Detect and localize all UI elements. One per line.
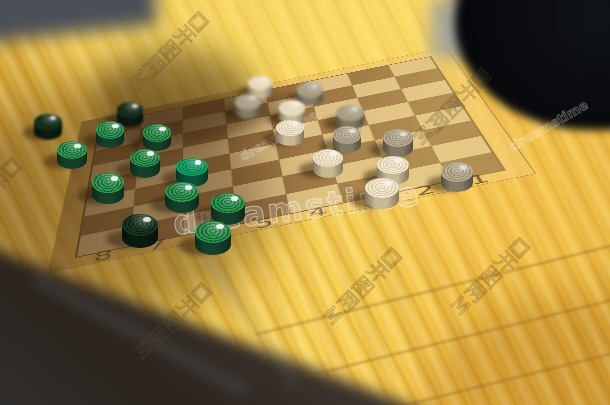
piece-top-face	[333, 126, 362, 143]
specular-glint	[460, 165, 467, 170]
piece-top-face	[165, 182, 198, 202]
piece-top-face	[279, 100, 306, 116]
checker-piece-green	[195, 221, 232, 255]
checker-piece-green	[96, 121, 124, 148]
checker-piece-green	[92, 173, 125, 204]
piece-top-face	[96, 121, 124, 138]
checker-piece-green	[165, 182, 198, 213]
specular-glint	[185, 185, 192, 190]
watermark-tile: ▣ 开 图 网 M	[409, 63, 497, 151]
watermark-tile: ▣ 开 图 网 M	[129, 278, 217, 366]
piece-top-face	[143, 124, 172, 141]
piece-top-face	[117, 102, 144, 118]
specular-glint	[74, 144, 81, 148]
specular-glint	[195, 160, 202, 165]
specular-glint	[231, 196, 239, 201]
piece-top-face	[195, 221, 232, 243]
watermark-tile: ▣ 开 图 网 M	[319, 243, 407, 331]
piece-top-face	[297, 82, 322, 97]
watermark-tile: ▣ 开 图 网 M	[447, 233, 535, 321]
checker-piece-white	[276, 120, 304, 147]
checker-piece-white	[383, 129, 412, 156]
checker-piece-green	[122, 214, 158, 248]
checker-piece-white	[235, 94, 261, 119]
checker-piece-green	[34, 114, 62, 140]
piece-top-face	[34, 114, 62, 131]
checker-piece-white	[441, 162, 473, 192]
checker-piece-white	[365, 178, 398, 209]
piece-top-face	[377, 156, 408, 175]
piece-top-face	[176, 158, 207, 177]
specular-glint	[385, 181, 392, 186]
photo-of-checkers-board: 87654321 dreamstime ▣ 开 图 网 M▣ 开 图 网 M▣ …	[0, 0, 610, 405]
checker-piece-green	[130, 149, 161, 178]
specular-glint	[349, 129, 355, 133]
checker-piece-green	[143, 124, 172, 151]
specular-glint	[250, 96, 256, 100]
specular-glint	[400, 132, 406, 136]
piece-top-face	[57, 141, 87, 159]
watermark-tile: ▣ 开 图 网 M	[126, 7, 214, 95]
specular-glint	[312, 85, 318, 89]
specular-glint	[159, 127, 165, 131]
checker-piece-green	[57, 141, 87, 169]
checker-piece-white	[313, 149, 344, 178]
specular-glint	[112, 124, 118, 128]
piece-top-face	[211, 193, 245, 214]
watermark-small-word: dreamstime	[507, 97, 590, 154]
piece-top-face	[383, 129, 412, 146]
piece-top-face	[336, 105, 363, 121]
piece-top-face	[92, 173, 125, 193]
specular-glint	[111, 176, 118, 181]
piece-top-face	[235, 94, 261, 110]
piece-top-face	[122, 214, 158, 236]
specular-glint	[395, 158, 402, 162]
specular-glint	[147, 151, 154, 155]
piece-top-face	[441, 162, 473, 181]
piece-top-face	[365, 178, 398, 198]
specular-glint	[330, 151, 337, 155]
watermark-tile: ▣ 开 图 网 M	[0, 153, 27, 241]
